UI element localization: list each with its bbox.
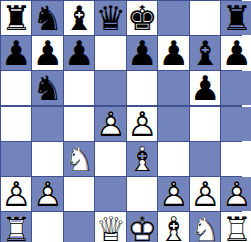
piece-outline-layer: ♘ [190, 212, 220, 242]
piece-outline-layer: ♘ [64, 142, 94, 176]
white-king[interactable]: ♚♔ [127, 212, 157, 242]
black-knight[interactable]: ♞ [32, 71, 62, 105]
white-pawn[interactable]: ♟♙ [95, 107, 125, 141]
black-rook[interactable]: ♜ [1, 1, 31, 35]
piece-glyph: ♟ [221, 36, 251, 70]
piece-outline-layer: ♖ [1, 212, 31, 242]
square-f3[interactable] [158, 142, 188, 176]
square-c1[interactable] [64, 212, 94, 242]
square-c4[interactable] [64, 107, 94, 141]
piece-glyph: ♟ [190, 71, 220, 105]
square-h7[interactable]: ♟ [221, 36, 251, 70]
square-c8[interactable]: ♝ [64, 1, 94, 35]
square-e4[interactable]: ♟♙ [127, 107, 157, 141]
white-pawn[interactable]: ♟♙ [158, 177, 188, 211]
white-rook[interactable]: ♜♖ [221, 212, 251, 242]
black-bishop[interactable]: ♝ [190, 36, 220, 70]
piece-glyph: ♟ [127, 36, 157, 70]
square-d7[interactable] [95, 36, 125, 70]
piece-glyph: ♞ [32, 71, 62, 105]
square-e1[interactable]: ♚♔ [127, 212, 157, 242]
square-b7[interactable]: ♟ [32, 36, 62, 70]
piece-glyph: ♜ [1, 1, 31, 35]
square-e2[interactable] [127, 177, 157, 211]
square-g7[interactable]: ♝ [190, 36, 220, 70]
black-queen[interactable]: ♛ [95, 1, 125, 35]
square-g1[interactable]: ♞♘ [190, 212, 220, 242]
square-c2[interactable] [64, 177, 94, 211]
piece-glyph: ♛ [95, 1, 125, 35]
square-b8[interactable]: ♞ [32, 1, 62, 35]
piece-glyph: ♟ [64, 36, 94, 70]
square-b2[interactable]: ♟♙ [32, 177, 62, 211]
white-queen[interactable]: ♛♕ [95, 212, 125, 242]
white-pawn[interactable]: ♟♙ [32, 177, 62, 211]
black-king[interactable]: ♚ [127, 1, 157, 35]
piece-glyph: ♚ [127, 1, 157, 35]
square-f4[interactable] [158, 107, 188, 141]
piece-glyph: ♟ [32, 36, 62, 70]
square-a3[interactable] [1, 142, 31, 176]
piece-glyph: ♟ [1, 36, 31, 70]
square-g4[interactable] [190, 107, 220, 141]
square-d2[interactable] [95, 177, 125, 211]
square-e7[interactable]: ♟ [127, 36, 157, 70]
piece-glyph: ♝ [64, 1, 94, 35]
square-a6[interactable] [1, 71, 31, 105]
piece-outline-layer: ♙ [1, 177, 31, 211]
black-pawn[interactable]: ♟ [221, 36, 251, 70]
square-a8[interactable]: ♜ [1, 1, 31, 35]
black-pawn[interactable]: ♟ [1, 36, 31, 70]
white-knight[interactable]: ♞♘ [64, 142, 94, 176]
square-g6[interactable]: ♟ [190, 71, 220, 105]
piece-outline-layer: ♕ [95, 212, 125, 242]
square-f1[interactable]: ♝♗ [158, 212, 188, 242]
square-e8[interactable]: ♚ [127, 1, 157, 35]
black-knight[interactable]: ♞ [32, 1, 62, 35]
square-d4[interactable]: ♟♙ [95, 107, 125, 141]
piece-outline-layer: ♙ [221, 177, 251, 211]
piece-outline-layer: ♔ [127, 212, 157, 242]
square-d8[interactable]: ♛ [95, 1, 125, 35]
piece-outline-layer: ♙ [32, 177, 62, 211]
square-g8[interactable] [190, 1, 220, 35]
piece-outline-layer: ♙ [158, 177, 188, 211]
piece-glyph: ♟ [158, 36, 188, 70]
piece-glyph: ♞ [32, 1, 62, 35]
square-f6[interactable] [158, 71, 188, 105]
square-d3[interactable] [95, 142, 125, 176]
white-bishop[interactable]: ♝♗ [127, 142, 157, 176]
square-b6[interactable]: ♞ [32, 71, 62, 105]
white-knight[interactable]: ♞♘ [190, 212, 220, 242]
square-h4[interactable] [221, 107, 251, 141]
square-d1[interactable]: ♛♕ [95, 212, 125, 242]
square-b1[interactable] [32, 212, 62, 242]
black-pawn[interactable]: ♟ [32, 36, 62, 70]
square-h3[interactable] [221, 142, 251, 176]
piece-outline-layer: ♙ [95, 107, 125, 141]
white-pawn[interactable]: ♟♙ [127, 107, 157, 141]
black-rook[interactable]: ♜ [221, 1, 251, 35]
square-a4[interactable] [1, 107, 31, 141]
square-a1[interactable]: ♜♖ [1, 212, 31, 242]
square-h6[interactable] [221, 71, 251, 105]
square-d6[interactable] [95, 71, 125, 105]
black-pawn[interactable]: ♟ [127, 36, 157, 70]
square-c3[interactable]: ♞♘ [64, 142, 94, 176]
square-h2[interactable]: ♟♙ [221, 177, 251, 211]
black-pawn[interactable]: ♟ [190, 71, 220, 105]
piece-glyph: ♜ [221, 1, 251, 35]
square-a7[interactable]: ♟ [1, 36, 31, 70]
square-g3[interactable] [190, 142, 220, 176]
black-bishop[interactable]: ♝ [64, 1, 94, 35]
square-f7[interactable]: ♟ [158, 36, 188, 70]
square-e6[interactable] [127, 71, 157, 105]
square-c7[interactable]: ♟ [64, 36, 94, 70]
black-pawn[interactable]: ♟ [158, 36, 188, 70]
white-rook[interactable]: ♜♖ [1, 212, 31, 242]
piece-outline-layer: ♙ [190, 177, 220, 211]
white-pawn[interactable]: ♟♙ [1, 177, 31, 211]
square-h8[interactable]: ♜ [221, 1, 251, 35]
piece-outline-layer: ♗ [127, 142, 157, 176]
piece-glyph: ♝ [190, 36, 220, 70]
square-c6[interactable] [64, 71, 94, 105]
square-a2[interactable]: ♟♙ [1, 177, 31, 211]
piece-outline-layer: ♙ [127, 107, 157, 141]
piece-outline-layer: ♖ [221, 212, 251, 242]
square-f8[interactable] [158, 1, 188, 35]
square-h1[interactable]: ♜♖ [221, 212, 251, 242]
square-f2[interactable]: ♟♙ [158, 177, 188, 211]
chess-board: ♜♞♝♛♚♜♟♟♟♟♟♝♟♞♟♟♙♟♙♞♘♝♗♟♙♟♙♟♙♟♙♟♙♜♖♛♕♚♔♝… [0, 0, 242, 242]
square-g2[interactable]: ♟♙ [190, 177, 220, 211]
black-pawn[interactable]: ♟ [64, 36, 94, 70]
white-pawn[interactable]: ♟♙ [221, 177, 251, 211]
piece-outline-layer: ♗ [158, 212, 188, 242]
white-bishop[interactable]: ♝♗ [158, 212, 188, 242]
square-b4[interactable] [32, 107, 62, 141]
white-pawn[interactable]: ♟♙ [190, 177, 220, 211]
square-b3[interactable] [32, 142, 62, 176]
square-e3[interactable]: ♝♗ [127, 142, 157, 176]
